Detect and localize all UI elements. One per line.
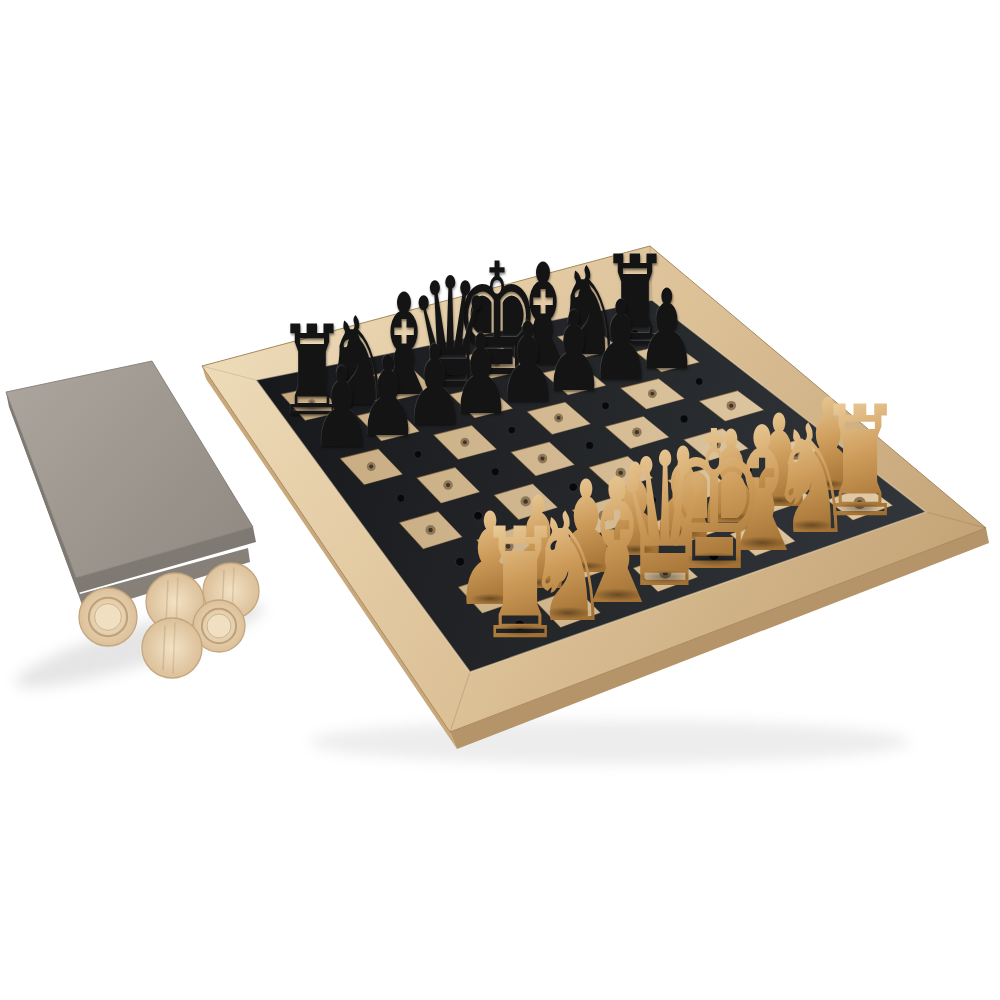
peg-hole [726,507,735,516]
board-shadow [310,720,910,764]
square-a1[interactable] [515,620,525,630]
peg-hole [338,431,345,438]
peg-hole [617,365,624,372]
square-c3[interactable] [551,527,560,536]
square-c1[interactable] [612,585,622,595]
peg-hole [414,451,421,458]
square-g7[interactable] [617,365,624,372]
peg-hole [612,585,622,595]
square-h8[interactable] [632,330,638,336]
peg-hole [551,527,560,536]
peg-hole [664,454,672,462]
checker-disc[interactable] [142,618,202,678]
peg-hole [569,483,577,491]
peg-hole [647,496,656,505]
square-g3[interactable] [743,465,752,474]
square-a5[interactable] [397,494,405,502]
peg-hole [759,426,767,434]
peg-hole [586,441,594,449]
peg-hole [602,402,609,409]
square-f4[interactable] [664,454,672,462]
peg-hole [823,474,832,483]
square-b8[interactable] [355,390,361,396]
square-e5[interactable] [586,441,594,449]
square-f8[interactable] [540,350,546,356]
square-g5[interactable] [680,415,688,423]
peg-hole [533,572,542,581]
peg-hole [632,330,638,336]
square-h4[interactable] [759,426,767,434]
scene-graphics [0,0,1000,1000]
square-h2[interactable] [823,474,832,483]
square-b2[interactable] [533,572,542,581]
peg-hole [355,390,361,396]
peg-hole [474,511,482,519]
square-e7[interactable] [524,387,531,394]
square-b4[interactable] [474,511,482,519]
square-e1[interactable] [709,550,719,560]
peg-hole [680,415,688,423]
peg-hole [696,378,703,385]
square-a3[interactable] [456,557,465,566]
square-d8[interactable] [447,370,453,376]
peg-hole [397,494,405,502]
peg-hole [806,515,816,525]
peg-hole [515,620,525,630]
square-c7[interactable] [431,409,438,416]
square-e3[interactable] [647,496,656,505]
square-f2[interactable] [726,507,735,516]
square-d2[interactable] [630,539,639,548]
peg-hole [709,550,719,560]
peg-hole [491,468,499,476]
square-c5[interactable] [491,468,499,476]
square-a7[interactable] [338,431,345,438]
peg-hole [524,387,531,394]
peg-hole [508,426,515,433]
chess-board [202,246,989,749]
checker-disc[interactable] [79,588,137,646]
square-f6[interactable] [602,402,609,409]
square-d6[interactable] [508,426,515,433]
peg-hole [431,409,438,416]
peg-hole [743,465,752,474]
peg-hole [630,539,639,548]
square-h6[interactable] [696,378,703,385]
square-g1[interactable] [806,515,816,525]
square-b6[interactable] [414,451,421,458]
peg-hole [540,350,546,356]
peg-hole [456,557,465,566]
peg-hole [447,370,453,376]
chess-set-photo: ♜♞♝♟♚♟♛♟♝♟♞♟♜♟♟♟♟♟♜♟♞♟♝♟♚♟♛♟♝♟♞♜ [0,0,1000,1000]
square-d4[interactable] [569,483,577,491]
